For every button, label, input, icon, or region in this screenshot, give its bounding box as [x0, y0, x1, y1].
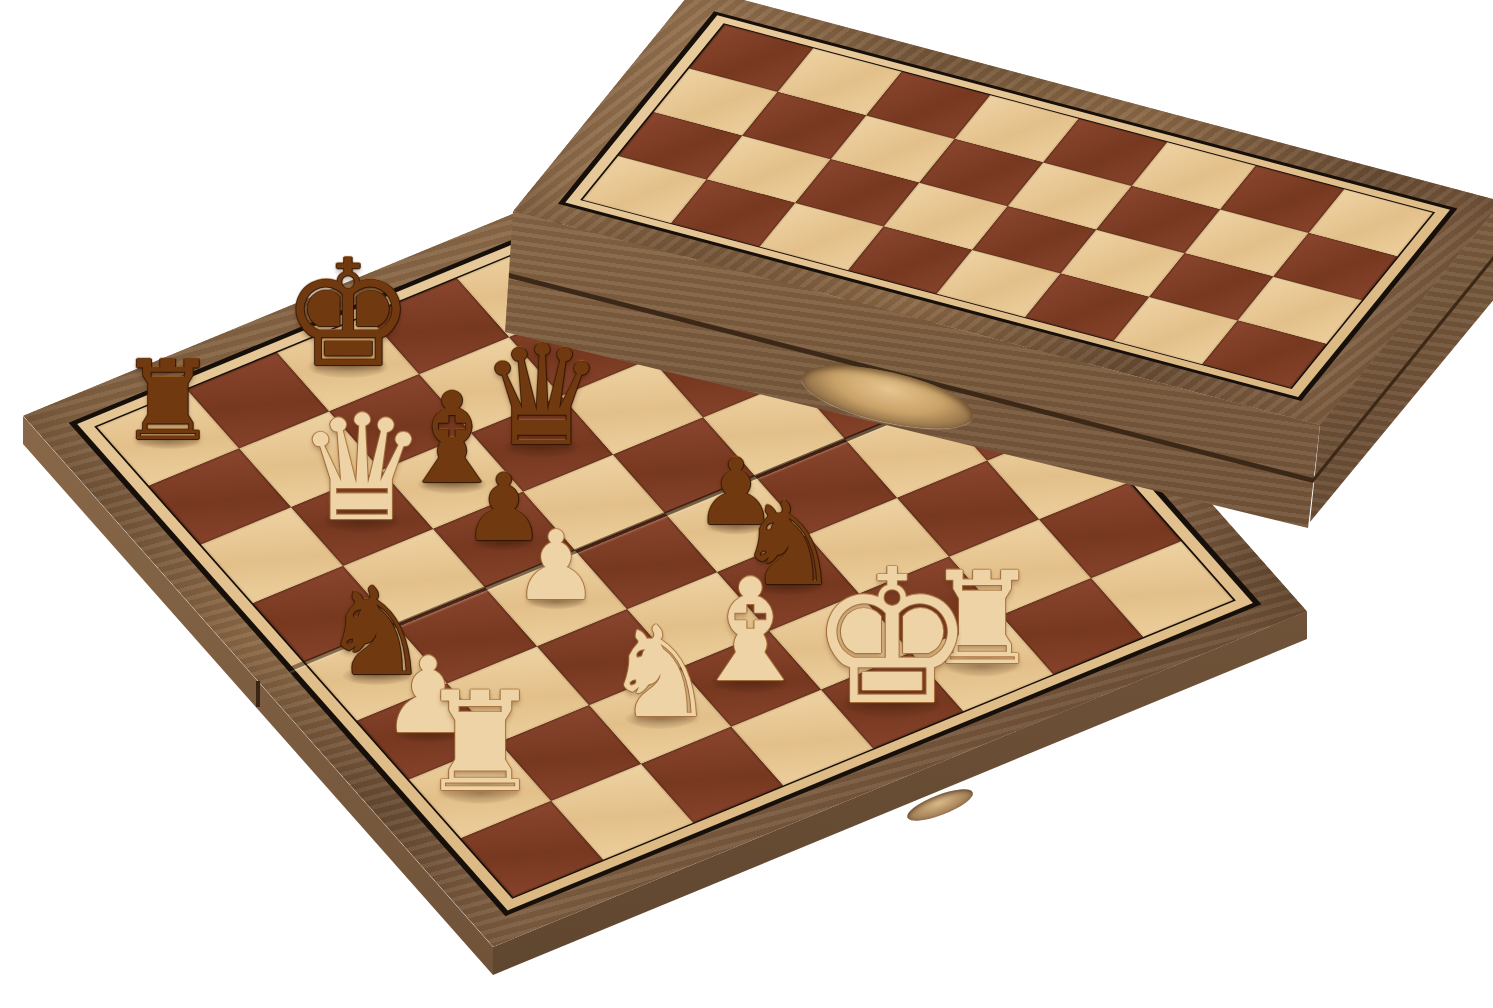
open-board-hinge-seam-notch — [256, 681, 260, 707]
black-rook-a8[interactable]: ♜ — [119, 345, 218, 455]
black-king-c8[interactable]: ♚ — [282, 239, 415, 387]
white-knight-c2[interactable]: ♞ — [604, 610, 717, 736]
scene: ♜♚♛♝♛♟♞♟♟♟♞♜♞♝♚♜ — [0, 0, 1493, 1008]
white-queen-b6[interactable]: ♛ — [297, 396, 428, 542]
white-rook-a2[interactable]: ♜ — [418, 674, 542, 812]
white-pawn-c4[interactable]: ♟ — [513, 518, 599, 614]
white-king-e1[interactable]: ♚ — [809, 544, 976, 730]
